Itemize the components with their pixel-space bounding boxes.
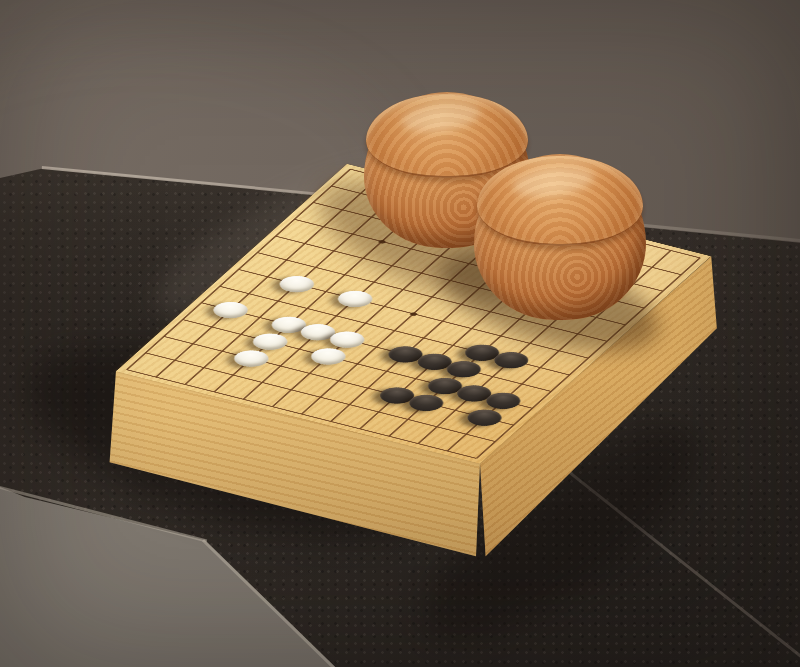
- stone-white: [305, 346, 351, 368]
- stone-black: [462, 407, 508, 429]
- stone-white: [229, 347, 275, 369]
- stone-white: [332, 288, 378, 310]
- photo-stage: [0, 0, 800, 667]
- stone-white: [247, 331, 293, 353]
- stone-bowl-right: [474, 154, 646, 320]
- stone-white: [274, 273, 320, 295]
- stone-white: [207, 299, 253, 321]
